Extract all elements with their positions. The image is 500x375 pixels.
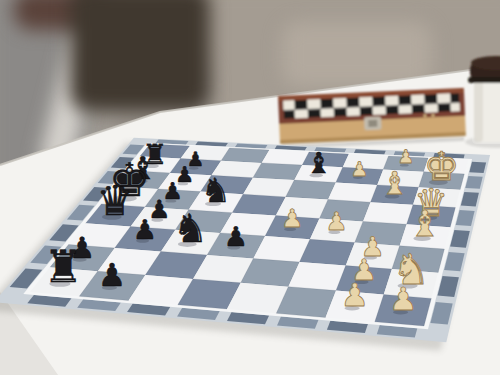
border-block-right	[465, 176, 482, 189]
piece-white-pawn-d3-pawn-icon[interactable]: ♟	[325, 207, 347, 236]
box-clasp-inner	[368, 120, 377, 127]
box-checker-square	[320, 99, 333, 109]
square-f4[interactable]	[286, 180, 336, 199]
piece-white-bishop-d1-bishop-icon[interactable]: ♝	[409, 203, 441, 245]
square-g5[interactable]	[253, 163, 302, 180]
box-checker-square	[372, 96, 385, 106]
box-checker-square	[412, 104, 425, 114]
piece-black-pawn-c5-pawn-icon[interactable]: ♟	[224, 221, 248, 252]
border-block-right	[469, 162, 486, 173]
piece-white-pawn-h2-pawn-icon[interactable]: ♟	[397, 146, 414, 167]
cup-body-shade	[474, 78, 483, 142]
box-checker-square	[386, 105, 399, 115]
box-checker-cap-right	[459, 93, 465, 112]
piece-black-bishop-g4-bishop-icon[interactable]: ♝	[306, 146, 332, 180]
box-checker-square	[346, 97, 359, 107]
square-h6[interactable]	[221, 148, 269, 163]
box-checker-square	[437, 103, 450, 113]
piece-white-pawn-a2-pawn-icon[interactable]: ♟	[340, 277, 368, 313]
square-h5[interactable]	[262, 150, 309, 165]
box-checker-square	[334, 108, 347, 118]
box-checker-square	[360, 106, 373, 116]
piece-black-rook-a8-rook-icon[interactable]: ♜	[44, 241, 83, 292]
square-e2[interactable]	[363, 202, 413, 224]
photo-chess-scene: ♟♜♟♝♟♚♝♟♝♚♟♞♛♛♟♟♟♝♟♞♟♟♟♟♞♜♟♟♟	[0, 0, 500, 375]
piece-white-pawn-g3-pawn-icon[interactable]: ♟	[351, 157, 369, 181]
box-checker-square	[398, 95, 411, 105]
piece-white-pawn-d4-pawn-icon[interactable]: ♟	[281, 204, 303, 233]
piece-black-pawn-c7-pawn-icon[interactable]: ♟	[133, 214, 157, 245]
box-checker-square	[424, 94, 437, 104]
piece-black-knight-c6-knight-icon[interactable]: ♞	[173, 206, 208, 251]
piece-white-bishop-f2-bishop-icon[interactable]: ♝	[381, 165, 409, 201]
table-board-and-pieces: ♟♜♟♝♟♚♝♟♝♚♟♞♛♛♟♟♟♝♟♞♟♟♟♟♞♜♟♟♟	[0, 0, 500, 375]
piece-black-pawn-a7-pawn-icon[interactable]: ♟	[98, 257, 126, 293]
box-checker-cap-left	[278, 101, 284, 120]
square-f3[interactable]	[328, 183, 377, 203]
piece-white-pawn-a1-pawn-icon[interactable]: ♟	[389, 281, 417, 317]
piece-black-queen-d8-queen-icon[interactable]: ♛	[97, 177, 134, 225]
box-checker-square	[308, 109, 321, 119]
square-c3[interactable]	[300, 239, 355, 265]
piece-black-knight-e6-knight-icon[interactable]: ♞	[201, 171, 231, 210]
wooden-chess-box	[278, 88, 466, 149]
cup-lid-rim	[468, 77, 500, 83]
box-checker-square	[294, 100, 307, 110]
